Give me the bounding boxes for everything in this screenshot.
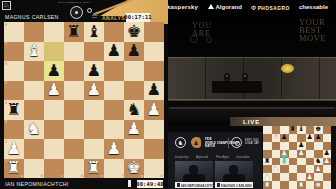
black-pawn-h5[interactable]: ♟	[147, 82, 162, 99]
analysis-panel: ♘ IN PARTNERSHIP WITH EXPO 2020 MAGNUS C…	[0, 0, 168, 189]
player-face-left	[226, 75, 228, 77]
black-pawn-f7: ♟	[307, 134, 313, 141]
white-pawn-h4[interactable]: ♟	[147, 102, 162, 119]
square-a1[interactable]: ♜1a	[4, 159, 24, 179]
panel-sponsor-chessable: chessable	[236, 155, 250, 159]
black-pawn-e6[interactable]: ♟	[87, 63, 102, 80]
nameplate-left: IAN NEPOMNIACHTCHI	[175, 182, 213, 188]
square-e4[interactable]	[84, 100, 104, 120]
square-f4[interactable]	[104, 100, 124, 120]
white-side-indicator	[128, 180, 131, 187]
file-label-f: f	[122, 174, 123, 178]
black-rook-d8[interactable]: ♜	[67, 24, 82, 41]
stage-backdrop	[168, 57, 336, 100]
white-bishop-b7[interactable]: ♝	[27, 43, 42, 60]
square-h4: ♟	[323, 158, 332, 166]
black-knight-g4: ♞	[315, 158, 321, 165]
rank-label-6: 6	[5, 62, 7, 66]
square-d8: ♜	[289, 126, 298, 134]
square-d4[interactable]	[64, 100, 84, 120]
white-rook-e1: ♜	[298, 182, 304, 189]
square-b3[interactable]: ♞	[24, 120, 44, 140]
nameplate-right-text: MAGNUS CARLSEN	[221, 183, 252, 187]
rank-label-8: 8	[5, 23, 7, 27]
square-c8[interactable]	[44, 22, 64, 42]
live-mini-board-wrap: ♜♝♚♝♟♟♟♟♟♟♟♜♞♟♞♟♟♟♜♜♚	[263, 126, 336, 189]
backdrop-text-left: YOUARE	[192, 22, 212, 37]
expo-logo-icon	[231, 137, 242, 148]
square-g7[interactable]: ♟	[124, 42, 144, 62]
bottom-player-name: IAN NEPOMNIACHTCHI	[5, 181, 69, 187]
algorand-logo: Algorand	[208, 4, 242, 10]
square-f5[interactable]	[104, 81, 124, 101]
video-panel: kaspersky Algorand ФPHOSAGRO chessable Y…	[168, 0, 336, 189]
square-a8[interactable]: 8	[4, 22, 24, 42]
square-h4[interactable]: ♟	[144, 100, 164, 120]
file-label-d: d	[81, 174, 83, 178]
square-b6[interactable]	[24, 61, 44, 81]
square-b7: ♝	[272, 134, 281, 142]
square-d8[interactable]: ♜	[64, 22, 84, 42]
square-b2[interactable]	[24, 139, 44, 159]
player-face-right	[244, 75, 246, 77]
white-rook-e1[interactable]: ♜	[87, 160, 102, 177]
square-b7[interactable]: ♝	[24, 42, 44, 62]
square-a7[interactable]: 7	[4, 42, 24, 62]
live-mini-board: ♜♝♚♝♟♟♟♟♟♟♟♜♞♟♞♟♟♟♜♜♚	[263, 126, 331, 189]
black-pawn-c7: ♟	[281, 134, 287, 141]
square-a5[interactable]: 5	[4, 81, 24, 101]
square-h5[interactable]: ♟	[144, 81, 164, 101]
square-f7: ♟	[306, 134, 315, 142]
ceiling-logo-icon	[206, 37, 212, 43]
white-pawn-c5[interactable]: ♟	[47, 82, 62, 99]
square-c2[interactable]	[44, 139, 64, 159]
square-a6[interactable]: 6	[4, 61, 24, 81]
top-player-bar: MAGNUS CARLSEN ANALYSIS 00:17:11	[0, 11, 168, 22]
bottom-player-clock: 00:49:48	[137, 180, 163, 188]
black-rook-a4: ♜	[264, 158, 270, 165]
white-pawn-c5: ♟	[281, 150, 287, 157]
live-label: LIVE	[243, 119, 260, 125]
black-bishop-e8[interactable]: ♝	[87, 24, 102, 41]
spotlight	[281, 64, 294, 73]
webcam-left	[175, 161, 213, 182]
black-rook-d8: ♜	[290, 126, 296, 133]
black-pawn-g7[interactable]: ♟	[127, 43, 142, 60]
square-d3[interactable]	[64, 120, 84, 140]
panel-sponsor-algorand: Algorand	[196, 155, 208, 159]
square-e7[interactable]	[84, 42, 104, 62]
black-pawn-c6[interactable]: ♟	[47, 63, 62, 80]
white-pawn-a2: ♟	[264, 174, 270, 181]
nameplate-left-text: IAN NEPOMNIACHTCHI	[181, 183, 213, 187]
white-king-g1: ♚	[315, 182, 321, 189]
webcam-right-shoulders	[223, 174, 245, 182]
square-d6[interactable]	[64, 61, 84, 81]
square-g2[interactable]	[124, 139, 144, 159]
square-h6[interactable]	[144, 61, 164, 81]
white-bishop-b7: ♝	[273, 134, 279, 141]
square-c6[interactable]: ♟	[44, 61, 64, 81]
rank-label-3: 3	[5, 120, 7, 124]
square-f2: ♟	[306, 173, 315, 181]
file-label-c: c	[61, 174, 63, 178]
file-label-h: h	[161, 174, 163, 178]
kaspersky-logo: kaspersky	[168, 4, 198, 10]
square-f7[interactable]: ♟	[104, 42, 124, 62]
square-c5[interactable]: ♟	[44, 81, 64, 101]
phosagro-logo: ФPHOSAGRO	[251, 4, 290, 11]
square-a1: ♜	[263, 181, 272, 189]
analysis-chess-board[interactable]: 8♜♝♚7♝♟♟6♟♟5♟♟♟♜4♞♟3♞♟♟2♟♜1abcd♜ef♚gh	[4, 22, 164, 178]
black-pawn-h5: ♟	[324, 150, 330, 157]
partnership-label: IN PARTNERSHIP WITH	[58, 1, 90, 4]
top-player-name: MAGNUS CARLSEN	[5, 14, 59, 20]
square-e8[interactable]: ♝	[84, 22, 104, 42]
fide-logo-icon: ♞	[175, 137, 186, 148]
white-rook-a1[interactable]: ♜	[7, 160, 22, 177]
square-c7: ♟	[280, 134, 289, 142]
white-pawn-e5: ♟	[298, 150, 304, 157]
square-e6[interactable]: ♟	[84, 61, 104, 81]
square-e2[interactable]	[84, 139, 104, 159]
square-f2[interactable]: ♟	[104, 139, 124, 159]
square-e8: ♝	[297, 126, 306, 134]
algorand-triangle-icon	[208, 4, 214, 9]
square-c3[interactable]	[44, 120, 64, 140]
square-f8[interactable]	[104, 22, 124, 42]
bottom-player-bar: IAN NEPOMNIACHTCHI 00:49:48	[0, 178, 168, 189]
white-king-g1[interactable]: ♚	[127, 160, 142, 177]
square-b8[interactable]	[24, 22, 44, 42]
expo-text: EXPO 2020 DUBAI UAE	[245, 139, 259, 145]
square-g7: ♟	[314, 134, 323, 142]
square-e3[interactable]	[84, 120, 104, 140]
square-c1[interactable]: c	[44, 159, 64, 179]
square-g5[interactable]	[124, 81, 144, 101]
players-table	[212, 80, 262, 93]
match-info-panel: ♞ ♟ FIDE WORLD CHAMPIONSHIP MATCH EXPO 2…	[168, 132, 262, 189]
square-c5: ♟	[280, 150, 289, 158]
webcam-left-shoulders	[183, 174, 205, 182]
led-strip	[168, 99, 336, 101]
square-h2[interactable]	[144, 139, 164, 159]
square-a4: ♜	[263, 158, 272, 166]
black-pawn-g7: ♟	[315, 134, 321, 141]
white-pawn-e5[interactable]: ♟	[87, 82, 102, 99]
white-pawn-a2[interactable]: ♟	[7, 141, 22, 158]
panel-sponsor-kaspersky: kaspersky	[175, 155, 189, 159]
knight-logo-icon: ♘	[2, 1, 11, 10]
square-b3: ♞	[272, 165, 281, 173]
black-king-g8[interactable]: ♚	[127, 24, 142, 41]
square-a3[interactable]: 3	[4, 120, 24, 140]
webcam-right	[215, 161, 253, 182]
black-knight-g4[interactable]: ♞	[127, 102, 142, 119]
square-f3[interactable]	[104, 120, 124, 140]
square-e1[interactable]: ♜e	[84, 159, 104, 179]
square-b5[interactable]	[24, 81, 44, 101]
white-pawn-f2[interactable]: ♟	[107, 141, 122, 158]
white-pawn-g3: ♟	[315, 166, 321, 173]
black-bishop-e8: ♝	[298, 126, 304, 133]
white-pawn-f2: ♟	[307, 174, 313, 181]
square-g4[interactable]: ♞	[124, 100, 144, 120]
white-rook-a1: ♜	[264, 182, 270, 189]
square-e1: ♜	[297, 181, 306, 189]
square-h7[interactable]	[144, 42, 164, 62]
top-player-clock: 00:17:11	[126, 13, 150, 22]
black-pawn-f7[interactable]: ♟	[107, 43, 122, 60]
led-strip	[168, 57, 336, 58]
hand-pawn-logo-icon: ♟	[191, 137, 201, 148]
square-g3: ♟	[314, 165, 323, 173]
square-g3[interactable]: ♟	[124, 120, 144, 140]
square-g6[interactable]	[124, 61, 144, 81]
rank-label-5: 5	[5, 81, 7, 85]
white-knight-b3: ♞	[273, 166, 279, 173]
square-c7[interactable]	[44, 42, 64, 62]
square-d7[interactable]	[64, 42, 84, 62]
backdrop-text-right: YOURBESTMOVE	[299, 19, 326, 42]
square-a4[interactable]: ♜4	[4, 100, 24, 120]
divider	[228, 138, 229, 148]
square-f1[interactable]: f	[104, 159, 124, 179]
phosagro-circle-icon: Ф	[251, 4, 257, 11]
square-d5[interactable]	[64, 81, 84, 101]
black-rook-a4[interactable]: ♜	[7, 102, 22, 119]
square-h1[interactable]: h	[144, 159, 164, 179]
square-d1[interactable]: d	[64, 159, 84, 179]
sponsor-bar: kaspersky Algorand ФPHOSAGRO chessable	[168, 0, 336, 13]
event-title: FIDE WORLD CHAMPIONSHIP MATCH	[205, 138, 222, 148]
white-pawn-h4: ♟	[324, 158, 330, 165]
square-h3[interactable]	[144, 120, 164, 140]
square-b4[interactable]	[24, 100, 44, 120]
square-d2[interactable]	[64, 139, 84, 159]
nameplate-right: MAGNUS CARLSEN	[215, 182, 253, 188]
square-f6[interactable]	[104, 61, 124, 81]
square-g1: ♚	[314, 181, 323, 189]
square-e5[interactable]: ♟	[84, 81, 104, 101]
nameplate-chip-icon	[177, 183, 181, 187]
square-g1[interactable]: ♚g	[124, 159, 144, 179]
square-g8[interactable]: ♚	[124, 22, 144, 42]
file-label-b: b	[41, 174, 43, 178]
white-knight-b3[interactable]: ♞	[27, 121, 42, 138]
square-a2[interactable]: ♟2	[4, 139, 24, 159]
panel-sponsor-phosagro: PhosAgro	[216, 155, 229, 159]
broadcast-screen: ♘ IN PARTNERSHIP WITH EXPO 2020 MAGNUS C…	[0, 0, 336, 189]
square-h8[interactable]	[144, 22, 164, 42]
square-a2: ♟	[263, 173, 272, 181]
white-pawn-g3[interactable]: ♟	[127, 121, 142, 138]
rank-label-7: 7	[5, 42, 7, 46]
square-e5: ♟	[297, 150, 306, 158]
chessable-logo: chessable	[299, 4, 328, 10]
square-c4[interactable]	[44, 100, 64, 120]
square-b1[interactable]: b	[24, 159, 44, 179]
nameplate-chip-icon	[217, 183, 221, 187]
